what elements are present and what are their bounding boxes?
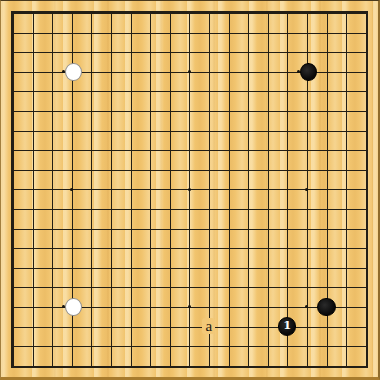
intersection <box>180 160 200 180</box>
intersection <box>180 140 200 160</box>
intersection <box>278 160 298 180</box>
intersection <box>317 3 337 23</box>
intersection <box>219 23 239 43</box>
intersection <box>82 101 102 121</box>
intersection <box>180 278 200 298</box>
intersection <box>336 317 356 337</box>
intersection <box>336 238 356 258</box>
intersection <box>140 160 160 180</box>
intersection <box>101 121 121 141</box>
intersection <box>219 278 239 298</box>
intersection <box>160 258 180 278</box>
intersection <box>336 160 356 180</box>
intersection <box>42 101 62 121</box>
intersection <box>101 258 121 278</box>
intersection <box>140 356 160 376</box>
intersection <box>297 336 317 356</box>
intersection <box>101 356 121 376</box>
intersection <box>101 278 121 298</box>
intersection <box>219 219 239 239</box>
intersection <box>258 62 278 82</box>
intersection <box>101 297 121 317</box>
intersection <box>199 297 219 317</box>
intersection <box>336 180 356 200</box>
intersection <box>278 336 298 356</box>
intersection <box>258 180 278 200</box>
intersection <box>317 317 337 337</box>
intersection <box>140 82 160 102</box>
intersection <box>62 42 82 62</box>
intersection <box>356 238 376 258</box>
intersection <box>42 317 62 337</box>
intersection <box>42 3 62 23</box>
intersection <box>121 258 141 278</box>
intersection <box>42 23 62 43</box>
intersection <box>317 82 337 102</box>
intersection <box>82 140 102 160</box>
intersection <box>62 121 82 141</box>
intersection <box>101 42 121 62</box>
intersection <box>23 336 43 356</box>
intersection <box>219 62 239 82</box>
intersection <box>278 180 298 200</box>
intersection <box>317 62 337 82</box>
intersection <box>219 336 239 356</box>
intersection <box>3 82 23 102</box>
intersection <box>180 42 200 62</box>
intersection <box>121 336 141 356</box>
hoshi-point <box>305 305 308 308</box>
intersection <box>356 336 376 356</box>
intersection <box>297 278 317 298</box>
intersection <box>121 278 141 298</box>
intersection <box>160 278 180 298</box>
intersection <box>160 238 180 258</box>
intersection <box>160 160 180 180</box>
intersection <box>356 82 376 102</box>
intersection <box>42 258 62 278</box>
intersection <box>238 317 258 337</box>
intersection <box>42 199 62 219</box>
intersection <box>336 356 356 376</box>
intersection <box>23 278 43 298</box>
intersection <box>121 101 141 121</box>
intersection <box>297 258 317 278</box>
intersection <box>3 238 23 258</box>
intersection <box>336 82 356 102</box>
intersection <box>336 62 356 82</box>
intersection <box>140 278 160 298</box>
intersection <box>42 121 62 141</box>
intersection <box>121 356 141 376</box>
intersection <box>101 3 121 23</box>
intersection <box>160 23 180 43</box>
hoshi-point <box>70 188 73 191</box>
intersection <box>140 180 160 200</box>
intersection <box>82 62 102 82</box>
intersection <box>3 180 23 200</box>
intersection <box>121 219 141 239</box>
intersection <box>336 258 356 278</box>
intersection <box>180 23 200 43</box>
intersection <box>121 317 141 337</box>
intersection <box>297 317 317 337</box>
intersection <box>62 219 82 239</box>
intersection <box>3 101 23 121</box>
intersection <box>160 62 180 82</box>
intersection <box>297 160 317 180</box>
intersection <box>140 219 160 239</box>
intersection <box>258 101 278 121</box>
intersection <box>160 219 180 239</box>
black-stone-Q16 <box>300 63 317 81</box>
intersection <box>180 180 200 200</box>
intersection <box>42 160 62 180</box>
intersection <box>23 82 43 102</box>
intersection <box>356 3 376 23</box>
intersection <box>82 278 102 298</box>
intersection <box>317 258 337 278</box>
intersection <box>82 356 102 376</box>
intersection <box>62 101 82 121</box>
intersection <box>62 258 82 278</box>
intersection <box>3 219 23 239</box>
intersection <box>199 121 219 141</box>
intersection <box>3 199 23 219</box>
intersection <box>82 180 102 200</box>
intersection <box>297 121 317 141</box>
intersection <box>238 297 258 317</box>
intersection <box>180 101 200 121</box>
intersection <box>23 297 43 317</box>
intersection <box>317 42 337 62</box>
intersection <box>62 336 82 356</box>
intersection <box>121 160 141 180</box>
intersection <box>140 101 160 121</box>
intersection <box>3 23 23 43</box>
intersection <box>160 180 180 200</box>
intersection <box>160 121 180 141</box>
intersection <box>82 258 102 278</box>
intersection <box>238 160 258 180</box>
intersection <box>238 199 258 219</box>
intersection <box>121 180 141 200</box>
intersection <box>258 23 278 43</box>
intersection <box>160 297 180 317</box>
intersection <box>23 180 43 200</box>
intersection <box>140 336 160 356</box>
intersection <box>278 258 298 278</box>
intersection <box>199 62 219 82</box>
intersection <box>238 336 258 356</box>
intersection <box>238 140 258 160</box>
intersection <box>356 121 376 141</box>
intersection <box>219 199 239 219</box>
intersection <box>23 356 43 376</box>
white-stone-D16 <box>65 63 82 81</box>
intersection <box>62 317 82 337</box>
intersection <box>140 297 160 317</box>
intersection <box>42 297 62 317</box>
intersection <box>336 42 356 62</box>
intersection <box>101 317 121 337</box>
intersection <box>140 317 160 337</box>
intersection <box>356 62 376 82</box>
intersection <box>140 121 160 141</box>
intersection <box>101 62 121 82</box>
intersection <box>297 62 317 82</box>
intersection <box>101 82 121 102</box>
intersection <box>62 180 82 200</box>
intersection <box>23 199 43 219</box>
intersection <box>258 356 278 376</box>
hoshi-point <box>188 305 191 308</box>
intersection <box>199 258 219 278</box>
intersection <box>62 160 82 180</box>
intersection <box>3 258 23 278</box>
intersection <box>278 297 298 317</box>
intersection <box>82 42 102 62</box>
intersection <box>121 3 141 23</box>
intersection <box>82 238 102 258</box>
intersection <box>219 297 239 317</box>
intersection <box>258 258 278 278</box>
intersection <box>140 3 160 23</box>
intersection <box>199 238 219 258</box>
intersection <box>82 336 102 356</box>
intersection <box>160 3 180 23</box>
intersection <box>238 258 258 278</box>
intersection <box>42 219 62 239</box>
intersection <box>3 42 23 62</box>
intersection <box>42 140 62 160</box>
intersection <box>297 219 317 239</box>
intersection <box>317 297 337 317</box>
intersection <box>297 42 317 62</box>
intersection <box>238 101 258 121</box>
intersection <box>238 278 258 298</box>
intersection <box>278 356 298 376</box>
intersection <box>278 140 298 160</box>
intersection <box>23 160 43 180</box>
intersection <box>199 219 219 239</box>
intersection <box>356 101 376 121</box>
intersection <box>180 82 200 102</box>
intersection <box>101 199 121 219</box>
intersection <box>219 42 239 62</box>
intersection <box>238 121 258 141</box>
intersection <box>180 3 200 23</box>
intersection <box>140 199 160 219</box>
intersection <box>23 101 43 121</box>
intersection <box>180 356 200 376</box>
intersection <box>238 180 258 200</box>
intersection <box>219 356 239 376</box>
intersection <box>317 160 337 180</box>
intersection <box>356 258 376 278</box>
intersection <box>180 238 200 258</box>
intersection <box>180 297 200 317</box>
intersection <box>121 140 141 160</box>
intersection <box>336 121 356 141</box>
intersection <box>160 336 180 356</box>
intersection <box>356 199 376 219</box>
intersection <box>219 101 239 121</box>
intersection <box>238 23 258 43</box>
intersection <box>62 238 82 258</box>
intersection <box>238 3 258 23</box>
intersection <box>258 160 278 180</box>
intersection <box>101 238 121 258</box>
intersection <box>219 160 239 180</box>
intersection <box>199 23 219 43</box>
point-label-L3: a <box>202 318 215 334</box>
intersection <box>160 82 180 102</box>
intersection <box>258 336 278 356</box>
intersection <box>336 23 356 43</box>
intersection <box>199 3 219 23</box>
intersection <box>356 317 376 337</box>
intersection <box>278 121 298 141</box>
intersection <box>356 160 376 180</box>
intersection <box>101 101 121 121</box>
intersection <box>297 297 317 317</box>
intersection <box>121 42 141 62</box>
intersection <box>3 3 23 23</box>
intersection <box>180 258 200 278</box>
intersection <box>219 3 239 23</box>
intersection <box>121 238 141 258</box>
intersection <box>23 140 43 160</box>
intersection <box>82 160 102 180</box>
intersection <box>82 297 102 317</box>
intersection <box>297 3 317 23</box>
intersection <box>356 140 376 160</box>
intersection <box>238 42 258 62</box>
intersection <box>317 238 337 258</box>
intersection <box>42 278 62 298</box>
intersection <box>62 82 82 102</box>
go-diagram: a1 <box>0 0 380 380</box>
intersection <box>180 219 200 239</box>
intersection <box>278 23 298 43</box>
intersection <box>317 336 337 356</box>
hoshi-point <box>305 188 308 191</box>
intersection <box>317 219 337 239</box>
intersection <box>62 140 82 160</box>
intersection <box>356 180 376 200</box>
intersection <box>258 238 278 258</box>
intersection <box>199 101 219 121</box>
intersection <box>258 140 278 160</box>
intersection <box>317 23 337 43</box>
intersection <box>180 317 200 337</box>
intersection <box>219 82 239 102</box>
intersection <box>278 278 298 298</box>
intersection <box>219 238 239 258</box>
intersection <box>278 238 298 258</box>
intersection <box>317 180 337 200</box>
intersection <box>3 336 23 356</box>
intersection <box>356 23 376 43</box>
intersection <box>356 356 376 376</box>
intersection <box>317 101 337 121</box>
intersection <box>297 82 317 102</box>
intersection <box>160 42 180 62</box>
intersection <box>297 238 317 258</box>
intersection <box>82 219 102 239</box>
intersection <box>101 160 121 180</box>
intersection <box>238 356 258 376</box>
intersection <box>62 278 82 298</box>
intersection: a <box>199 317 219 337</box>
intersection <box>297 101 317 121</box>
intersection <box>42 336 62 356</box>
intersection <box>3 121 23 141</box>
intersection <box>219 317 239 337</box>
intersection <box>101 23 121 43</box>
intersection <box>258 278 278 298</box>
hoshi-point <box>188 188 191 191</box>
intersection <box>23 238 43 258</box>
intersection <box>121 82 141 102</box>
intersection <box>297 140 317 160</box>
go-board: a1 <box>0 0 380 380</box>
intersection <box>199 356 219 376</box>
intersection <box>336 219 356 239</box>
intersection <box>140 140 160 160</box>
intersection <box>336 278 356 298</box>
intersection: 1 <box>278 317 298 337</box>
intersection <box>336 101 356 121</box>
intersection <box>121 297 141 317</box>
intersection <box>336 140 356 160</box>
intersection <box>121 199 141 219</box>
intersection <box>278 219 298 239</box>
intersection <box>23 219 43 239</box>
intersection <box>82 121 102 141</box>
intersection <box>180 62 200 82</box>
black-stone-P3: 1 <box>278 317 296 335</box>
intersection <box>219 140 239 160</box>
intersection <box>3 278 23 298</box>
intersection <box>82 199 102 219</box>
intersection <box>238 219 258 239</box>
intersection <box>356 42 376 62</box>
intersection <box>140 42 160 62</box>
intersection <box>317 356 337 376</box>
intersection <box>356 297 376 317</box>
intersection <box>42 62 62 82</box>
intersection <box>3 160 23 180</box>
intersection <box>101 336 121 356</box>
intersection <box>258 3 278 23</box>
intersection <box>3 356 23 376</box>
intersection <box>180 336 200 356</box>
intersection <box>258 121 278 141</box>
intersection <box>199 199 219 219</box>
intersection <box>82 23 102 43</box>
intersection <box>101 180 121 200</box>
intersection <box>180 121 200 141</box>
intersection <box>121 62 141 82</box>
intersection <box>121 121 141 141</box>
intersection <box>278 82 298 102</box>
intersection <box>336 297 356 317</box>
intersection <box>219 258 239 278</box>
intersection <box>258 219 278 239</box>
intersection <box>278 199 298 219</box>
